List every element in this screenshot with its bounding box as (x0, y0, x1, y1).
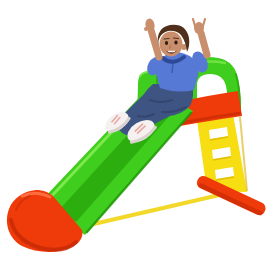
left-hand-thumb (144, 27, 148, 31)
teeth (168, 51, 176, 52)
slide-photo-illustration (0, 0, 280, 280)
left-eye (165, 41, 168, 45)
child-right-arm (201, 33, 207, 55)
right-eye (174, 41, 177, 45)
product-photo: Smiling boy with raised arms sitting on … (0, 0, 280, 280)
child-head (158, 25, 190, 57)
child-left-arm (151, 30, 159, 57)
shirt-placket (172, 63, 173, 73)
